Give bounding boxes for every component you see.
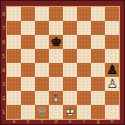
square-e7[interactable] (63, 21, 77, 35)
black-king-glyph-outline: ♔ (49, 35, 63, 49)
square-f3[interactable] (77, 77, 91, 91)
white-pawn-glyph-fill: ♟ (105, 77, 119, 91)
square-a5[interactable] (7, 49, 21, 63)
square-g4[interactable] (91, 63, 105, 77)
square-c8[interactable] (35, 7, 49, 21)
square-h3[interactable]: ♟♙ (105, 77, 119, 91)
square-c5[interactable] (35, 49, 49, 63)
black-pawn-glyph-fill: ♟ (105, 63, 119, 77)
white-pawn-glyph-outline: ♙ (105, 77, 119, 91)
square-e8[interactable] (63, 7, 77, 21)
square-b1[interactable] (21, 105, 35, 119)
piece-black-pawn[interactable]: ♟♙ (105, 63, 119, 77)
square-d4[interactable] (49, 63, 63, 77)
square-c2[interactable] (35, 91, 49, 105)
square-a7[interactable] (7, 21, 21, 35)
square-a3[interactable] (7, 77, 21, 91)
square-f4[interactable] (77, 63, 91, 77)
square-c1[interactable]: ♛♕ (35, 105, 49, 119)
square-b6[interactable] (21, 35, 35, 49)
square-g1[interactable] (91, 105, 105, 119)
square-d1[interactable] (49, 105, 63, 119)
square-e1[interactable]: ♚♔ (63, 105, 77, 119)
square-g3[interactable] (91, 77, 105, 91)
piece-white-pawn[interactable]: ♟♙ (105, 77, 119, 91)
board-grid: ♚♔♟♙♟♙♝♗♛♕♚♔ (6, 6, 120, 120)
square-h6[interactable] (105, 35, 119, 49)
square-c6[interactable] (35, 35, 49, 49)
piece-white-bishop[interactable]: ♝♗ (49, 91, 63, 105)
piece-white-queen[interactable]: ♛♕ (35, 105, 49, 119)
square-h5[interactable] (105, 49, 119, 63)
square-c3[interactable] (35, 77, 49, 91)
square-a8[interactable] (7, 7, 21, 21)
square-b2[interactable] (21, 91, 35, 105)
square-d8[interactable] (49, 7, 63, 21)
square-d6[interactable]: ♚♔ (49, 35, 63, 49)
square-b5[interactable] (21, 49, 35, 63)
square-c7[interactable] (35, 21, 49, 35)
square-g5[interactable] (91, 49, 105, 63)
square-b8[interactable] (21, 7, 35, 21)
square-b4[interactable] (21, 63, 35, 77)
square-h1[interactable] (105, 105, 119, 119)
square-e5[interactable] (63, 49, 77, 63)
square-e6[interactable] (63, 35, 77, 49)
square-b3[interactable] (21, 77, 35, 91)
black-king-glyph-fill: ♚ (49, 35, 63, 49)
white-bishop-glyph-fill: ♝ (49, 91, 63, 105)
square-d5[interactable] (49, 49, 63, 63)
square-a4[interactable] (7, 63, 21, 77)
square-g2[interactable] (91, 91, 105, 105)
white-king-glyph-outline: ♔ (63, 105, 77, 119)
square-e4[interactable] (63, 63, 77, 77)
square-h4[interactable]: ♟♙ (105, 63, 119, 77)
piece-black-king[interactable]: ♚♔ (49, 35, 63, 49)
black-pawn-glyph-outline: ♙ (105, 63, 119, 77)
square-c4[interactable] (35, 63, 49, 77)
white-bishop-glyph-outline: ♗ (49, 91, 63, 105)
square-d3[interactable] (49, 77, 63, 91)
square-f7[interactable] (77, 21, 91, 35)
square-a6[interactable] (7, 35, 21, 49)
white-queen-glyph-fill: ♛ (35, 105, 49, 119)
square-d2[interactable]: ♝♗ (49, 91, 63, 105)
square-f8[interactable] (77, 7, 91, 21)
square-e3[interactable] (63, 77, 77, 91)
white-king-glyph-fill: ♚ (63, 105, 77, 119)
square-f6[interactable] (77, 35, 91, 49)
square-b7[interactable] (21, 21, 35, 35)
square-g7[interactable] (91, 21, 105, 35)
white-queen-glyph-outline: ♕ (35, 105, 49, 119)
square-g6[interactable] (91, 35, 105, 49)
piece-white-king[interactable]: ♚♔ (63, 105, 77, 119)
square-e2[interactable] (63, 91, 77, 105)
square-a2[interactable] (7, 91, 21, 105)
square-f5[interactable] (77, 49, 91, 63)
chess-board: ♚♔♟♙♟♙♝♗♛♕♚♔ abcdefgh87654321 (0, 0, 125, 125)
square-f2[interactable] (77, 91, 91, 105)
square-h7[interactable] (105, 21, 119, 35)
square-g8[interactable] (91, 7, 105, 21)
square-f1[interactable] (77, 105, 91, 119)
square-a1[interactable] (7, 105, 21, 119)
square-d7[interactable] (49, 21, 63, 35)
square-h8[interactable] (105, 7, 119, 21)
square-h2[interactable] (105, 91, 119, 105)
